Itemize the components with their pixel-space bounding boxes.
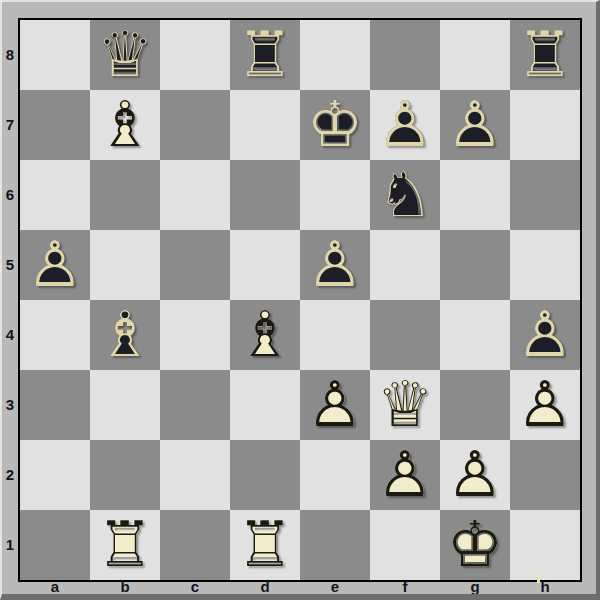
file-label-b: b [90, 579, 160, 594]
square-a5[interactable]: ♟♙ [20, 230, 90, 300]
piece-black-rook-d8[interactable]: ♜♖ [230, 20, 300, 90]
square-a1[interactable] [20, 510, 90, 580]
square-h4[interactable]: ♟♙ [510, 300, 580, 370]
square-h1[interactable] [510, 510, 580, 580]
square-c4[interactable] [160, 300, 230, 370]
bishop-filled-glyph: ♝ [90, 300, 160, 370]
square-c2[interactable] [160, 440, 230, 510]
square-g1[interactable]: ♚♔ [440, 510, 510, 580]
square-e2[interactable] [300, 440, 370, 510]
pawn-filled-glyph: ♟ [300, 370, 370, 440]
rank-label-1: 1 [2, 510, 18, 580]
king-outline-glyph: ♔ [300, 90, 370, 160]
king-filled-glyph: ♚ [300, 90, 370, 160]
piece-white-bishop-d4[interactable]: ♝♗ [230, 300, 300, 370]
piece-white-pawn-g2[interactable]: ♟♙ [440, 440, 510, 510]
square-f5[interactable] [370, 230, 440, 300]
bishop-filled-glyph: ♝ [230, 300, 300, 370]
square-e3[interactable]: ♟♙ [300, 370, 370, 440]
piece-black-pawn-e5[interactable]: ♟♙ [300, 230, 370, 300]
piece-black-pawn-f7[interactable]: ♟♙ [370, 90, 440, 160]
file-label-e: e [300, 579, 370, 594]
rook-outline-glyph: ♖ [230, 510, 300, 580]
rank-label-2: 2 [2, 440, 18, 510]
square-g8[interactable] [440, 20, 510, 90]
square-c1[interactable] [160, 510, 230, 580]
pawn-filled-glyph: ♟ [510, 370, 580, 440]
square-f8[interactable] [370, 20, 440, 90]
square-d3[interactable] [230, 370, 300, 440]
square-e8[interactable] [300, 20, 370, 90]
square-a3[interactable] [20, 370, 90, 440]
square-f2[interactable]: ♟♙ [370, 440, 440, 510]
square-c7[interactable] [160, 90, 230, 160]
rook-outline-glyph: ♖ [90, 510, 160, 580]
file-label-g: g [440, 579, 510, 594]
rank-label-8: 8 [2, 20, 18, 90]
pawn-outline-glyph: ♙ [20, 230, 90, 300]
piece-black-knight-f6[interactable]: ♞♘ [370, 160, 440, 230]
pawn-filled-glyph: ♟ [20, 230, 90, 300]
pawn-outline-glyph: ♙ [440, 440, 510, 510]
square-h3[interactable]: ♟♙ [510, 370, 580, 440]
piece-white-pawn-e3[interactable]: ♟♙ [300, 370, 370, 440]
pawn-filled-glyph: ♟ [440, 440, 510, 510]
square-g5[interactable] [440, 230, 510, 300]
queen-filled-glyph: ♛ [90, 20, 160, 90]
file-label-a: a [20, 579, 90, 594]
square-c8[interactable] [160, 20, 230, 90]
square-h5[interactable] [510, 230, 580, 300]
piece-black-pawn-a5[interactable]: ♟♙ [20, 230, 90, 300]
pawn-filled-glyph: ♟ [510, 300, 580, 370]
square-d7[interactable] [230, 90, 300, 160]
rank-label-7: 7 [2, 90, 18, 160]
square-b4[interactable]: ♝♗ [90, 300, 160, 370]
square-d8[interactable]: ♜♖ [230, 20, 300, 90]
bishop-outline-glyph: ♗ [90, 300, 160, 370]
square-b8[interactable]: ♛♕ [90, 20, 160, 90]
square-f6[interactable]: ♞♘ [370, 160, 440, 230]
pawn-outline-glyph: ♙ [370, 440, 440, 510]
pawn-outline-glyph: ♙ [510, 370, 580, 440]
bishop-outline-glyph: ♗ [90, 90, 160, 160]
pawn-filled-glyph: ♟ [440, 90, 510, 160]
knight-filled-glyph: ♞ [370, 160, 440, 230]
pawn-outline-glyph: ♙ [300, 230, 370, 300]
square-a4[interactable] [20, 300, 90, 370]
square-f4[interactable] [370, 300, 440, 370]
piece-black-queen-b8[interactable]: ♛♕ [90, 20, 160, 90]
square-c6[interactable] [160, 160, 230, 230]
pawn-filled-glyph: ♟ [370, 440, 440, 510]
square-g6[interactable] [440, 160, 510, 230]
square-h6[interactable] [510, 160, 580, 230]
rank-label-6: 6 [2, 160, 18, 230]
square-e6[interactable] [300, 160, 370, 230]
square-b2[interactable] [90, 440, 160, 510]
piece-black-pawn-h4[interactable]: ♟♙ [510, 300, 580, 370]
piece-white-king-g1[interactable]: ♚♔ [440, 510, 510, 580]
piece-white-rook-d1[interactable]: ♜♖ [230, 510, 300, 580]
square-g2[interactable]: ♟♙ [440, 440, 510, 510]
knight-outline-glyph: ♘ [370, 160, 440, 230]
square-b6[interactable] [90, 160, 160, 230]
chess-board: ♛♕♜♖♜♖♝♗♚♔♟♙♟♙♞♘♟♙♟♙♝♗♝♗♟♙♟♙♛♕♟♙♟♙♟♙♜♖♜♖… [18, 18, 582, 582]
square-a6[interactable] [20, 160, 90, 230]
square-b7[interactable]: ♝♗ [90, 90, 160, 160]
square-f1[interactable] [370, 510, 440, 580]
square-d4[interactable]: ♝♗ [230, 300, 300, 370]
piece-white-bishop-b7[interactable]: ♝♗ [90, 90, 160, 160]
square-c3[interactable] [160, 370, 230, 440]
rank-label-5: 5 [2, 230, 18, 300]
piece-black-rook-h8[interactable]: ♜♖ [510, 20, 580, 90]
square-g4[interactable] [440, 300, 510, 370]
piece-white-pawn-f2[interactable]: ♟♙ [370, 440, 440, 510]
square-g3[interactable] [440, 370, 510, 440]
piece-white-pawn-h3[interactable]: ♟♙ [510, 370, 580, 440]
square-e7[interactable]: ♚♔ [300, 90, 370, 160]
square-e4[interactable] [300, 300, 370, 370]
pawn-outline-glyph: ♙ [440, 90, 510, 160]
square-d6[interactable] [230, 160, 300, 230]
rook-filled-glyph: ♜ [90, 510, 160, 580]
square-a8[interactable] [20, 20, 90, 90]
bishop-filled-glyph: ♝ [90, 90, 160, 160]
piece-white-rook-b1[interactable]: ♜♖ [90, 510, 160, 580]
piece-black-pawn-g7[interactable]: ♟♙ [440, 90, 510, 160]
pawn-outline-glyph: ♙ [510, 300, 580, 370]
square-h7[interactable] [510, 90, 580, 160]
rook-filled-glyph: ♜ [230, 20, 300, 90]
pawn-filled-glyph: ♟ [370, 90, 440, 160]
rook-filled-glyph: ♜ [510, 20, 580, 90]
edge-artifact [537, 570, 540, 583]
queen-outline-glyph: ♕ [90, 20, 160, 90]
file-label-h: h [510, 579, 580, 594]
square-b5[interactable] [90, 230, 160, 300]
piece-black-bishop-b4[interactable]: ♝♗ [90, 300, 160, 370]
rook-outline-glyph: ♖ [510, 20, 580, 90]
file-label-d: d [230, 579, 300, 594]
square-h2[interactable] [510, 440, 580, 510]
pawn-filled-glyph: ♟ [300, 230, 370, 300]
square-d5[interactable] [230, 230, 300, 300]
diagram-frame: ♛♕♜♖♜♖♝♗♚♔♟♙♟♙♞♘♟♙♟♙♝♗♝♗♟♙♟♙♛♕♟♙♟♙♟♙♜♖♜♖… [0, 0, 600, 600]
rank-label-3: 3 [2, 370, 18, 440]
bishop-outline-glyph: ♗ [230, 300, 300, 370]
square-d2[interactable] [230, 440, 300, 510]
file-label-f: f [370, 579, 440, 594]
rook-outline-glyph: ♖ [230, 20, 300, 90]
file-label-c: c [160, 579, 230, 594]
piece-white-queen-f3[interactable]: ♛♕ [370, 370, 440, 440]
pawn-outline-glyph: ♙ [300, 370, 370, 440]
queen-outline-glyph: ♕ [370, 370, 440, 440]
square-b3[interactable] [90, 370, 160, 440]
square-e1[interactable] [300, 510, 370, 580]
square-f7[interactable]: ♟♙ [370, 90, 440, 160]
square-f3[interactable]: ♛♕ [370, 370, 440, 440]
square-a2[interactable] [20, 440, 90, 510]
rank-label-4: 4 [2, 300, 18, 370]
rook-filled-glyph: ♜ [230, 510, 300, 580]
king-filled-glyph: ♚ [440, 510, 510, 580]
piece-black-king-e7[interactable]: ♚♔ [300, 90, 370, 160]
square-c5[interactable] [160, 230, 230, 300]
queen-filled-glyph: ♛ [370, 370, 440, 440]
square-e5[interactable]: ♟♙ [300, 230, 370, 300]
square-b1[interactable]: ♜♖ [90, 510, 160, 580]
square-g7[interactable]: ♟♙ [440, 90, 510, 160]
square-a7[interactable] [20, 90, 90, 160]
king-outline-glyph: ♔ [440, 510, 510, 580]
square-h8[interactable]: ♜♖ [510, 20, 580, 90]
square-d1[interactable]: ♜♖ [230, 510, 300, 580]
pawn-outline-glyph: ♙ [370, 90, 440, 160]
